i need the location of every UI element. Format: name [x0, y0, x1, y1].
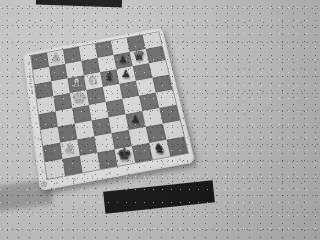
white-pawn-a2: ♙: [51, 52, 61, 62]
file-label-b: b: [65, 174, 84, 184]
white-pawn-g2: ♙: [64, 142, 75, 153]
table-edge-band-top: [36, 0, 122, 7]
black-queen-b7: ♛: [132, 49, 145, 62]
board-perspective-wrap: ♙♟♛♗♘♝♟♔♟♙♚♞ 87654321 abcdefgh ♔: [23, 27, 196, 191]
square-r8c8: [167, 136, 188, 156]
file-label-h: h: [171, 155, 190, 165]
file-label-g: g: [153, 158, 172, 168]
board-emblem-stamp-icon: ♔: [40, 179, 49, 190]
file-label-e: e: [118, 165, 137, 175]
file-label-c: c: [83, 171, 102, 181]
file-label-d: d: [100, 168, 119, 178]
black-king-h5: ♚: [117, 146, 132, 162]
table-edge-band-bottom: [103, 180, 200, 200]
white-knight-c4: ♘: [87, 74, 99, 86]
white-bishop-c3: ♗: [70, 76, 83, 89]
file-label-a: a: [48, 178, 67, 188]
black-bishop-c5: ♝: [103, 70, 116, 83]
board-face: ♙♟♛♗♘♝♟♔♟♙♚♞ 87654321 abcdefgh ♔: [23, 27, 196, 191]
black-pawn-c6: ♟: [121, 69, 131, 79]
chessboard: ♙♟♛♗♘♝♟♔♟♙♚♞ 87654321 abcdefgh ♔: [11, 5, 196, 191]
white-king-d3: ♔: [72, 90, 87, 105]
black-pawn-b6: ♟: [118, 54, 128, 64]
black-pawn-f6: ♟: [130, 114, 140, 125]
black-knight-h7: ♞: [153, 141, 166, 154]
photo-scene: ♙♟♛♗♘♝♟♔♟♙♚♞ 87654321 abcdefgh ♔: [0, 0, 200, 200]
file-label-f: f: [136, 161, 155, 171]
board-grid: ♙♟♛♗♘♝♟♔♟♙♚♞: [31, 32, 188, 179]
